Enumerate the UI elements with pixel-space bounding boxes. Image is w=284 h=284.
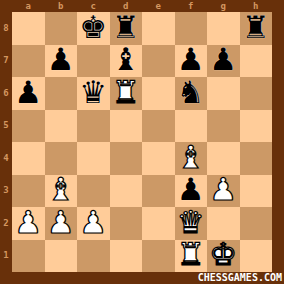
square-b5 (45, 110, 78, 143)
file-label-e: e (142, 0, 175, 12)
square-e6 (142, 77, 175, 110)
square-e7 (142, 45, 175, 78)
square-a2: ♟ (12, 207, 45, 240)
square-f5 (175, 110, 208, 143)
white-pawn-g3: ♟ (209, 174, 237, 205)
square-f3: ♟ (175, 175, 208, 208)
square-d2 (110, 207, 143, 240)
rank-labels: 87654321 (0, 12, 12, 272)
square-g1: ♚ (207, 240, 240, 273)
square-c2: ♟ (77, 207, 110, 240)
black-pawn-g7: ♟ (209, 44, 237, 75)
square-g5 (207, 110, 240, 143)
square-a3 (12, 175, 45, 208)
rank-label-1: 1 (0, 240, 12, 273)
chess-board-diagram: abcdefgh 87654321 ♚♜♜♟♝♟♟♟♛♜♞♝♝♟♟♟♟♟♛♜♚ … (0, 0, 284, 284)
site-watermark: CHESSGAMES.COM (198, 272, 282, 284)
square-g6 (207, 77, 240, 110)
square-c6: ♛ (77, 77, 110, 110)
square-h5 (240, 110, 273, 143)
file-label-f: f (175, 0, 208, 12)
square-d3 (110, 175, 143, 208)
square-d6: ♜ (110, 77, 143, 110)
square-f2: ♛ (175, 207, 208, 240)
square-h1 (240, 240, 273, 273)
square-c4 (77, 142, 110, 175)
square-h3 (240, 175, 273, 208)
square-f4: ♝ (175, 142, 208, 175)
square-h8: ♜ (240, 12, 273, 45)
black-pawn-f7: ♟ (177, 44, 205, 75)
black-bishop-d7: ♝ (112, 44, 140, 75)
square-b4 (45, 142, 78, 175)
square-a5 (12, 110, 45, 143)
square-h7 (240, 45, 273, 78)
square-b2: ♟ (45, 207, 78, 240)
rank-label-4: 4 (0, 142, 12, 175)
square-g7: ♟ (207, 45, 240, 78)
square-f1: ♜ (175, 240, 208, 273)
square-e5 (142, 110, 175, 143)
square-e1 (142, 240, 175, 273)
square-c7 (77, 45, 110, 78)
square-d1 (110, 240, 143, 273)
square-a8 (12, 12, 45, 45)
white-king-g1: ♚ (209, 239, 237, 270)
white-rook-f1: ♜ (177, 239, 205, 270)
square-d4 (110, 142, 143, 175)
file-label-a: a (12, 0, 45, 12)
black-rook-d8: ♜ (112, 12, 140, 43)
square-d7: ♝ (110, 45, 143, 78)
square-e8 (142, 12, 175, 45)
square-c3 (77, 175, 110, 208)
square-g3: ♟ (207, 175, 240, 208)
rank-label-2: 2 (0, 207, 12, 240)
file-labels: abcdefgh (12, 0, 272, 12)
black-queen-c6: ♛ (79, 77, 107, 108)
file-label-b: b (45, 0, 78, 12)
rank-label-8: 8 (0, 12, 12, 45)
white-pawn-a2: ♟ (14, 207, 42, 238)
square-d8: ♜ (110, 12, 143, 45)
square-f6: ♞ (175, 77, 208, 110)
square-b7: ♟ (45, 45, 78, 78)
white-queen-f2: ♛ (177, 207, 205, 238)
square-f8 (175, 12, 208, 45)
file-label-g: g (207, 0, 240, 12)
rank-label-5: 5 (0, 110, 12, 143)
rank-label-7: 7 (0, 45, 12, 78)
square-h2 (240, 207, 273, 240)
square-g2 (207, 207, 240, 240)
square-g4 (207, 142, 240, 175)
rank-label-6: 6 (0, 77, 12, 110)
black-pawn-a6: ♟ (14, 77, 42, 108)
square-b8 (45, 12, 78, 45)
white-pawn-c2: ♟ (79, 207, 107, 238)
square-c1 (77, 240, 110, 273)
square-e4 (142, 142, 175, 175)
rank-label-3: 3 (0, 175, 12, 208)
white-pawn-b2: ♟ (47, 207, 75, 238)
black-king-c8: ♚ (79, 12, 107, 43)
black-knight-f6: ♞ (177, 77, 205, 108)
square-g8 (207, 12, 240, 45)
square-c8: ♚ (77, 12, 110, 45)
square-b1 (45, 240, 78, 273)
square-a6: ♟ (12, 77, 45, 110)
square-a7 (12, 45, 45, 78)
board: ♚♜♜♟♝♟♟♟♛♜♞♝♝♟♟♟♟♟♛♜♚ (12, 12, 272, 272)
white-bishop-f4: ♝ (177, 142, 205, 173)
square-a4 (12, 142, 45, 175)
square-d5 (110, 110, 143, 143)
square-h4 (240, 142, 273, 175)
white-rook-d6: ♜ (112, 77, 140, 108)
white-bishop-b3: ♝ (47, 174, 75, 205)
square-b6 (45, 77, 78, 110)
black-pawn-b7: ♟ (47, 44, 75, 75)
square-c5 (77, 110, 110, 143)
square-b3: ♝ (45, 175, 78, 208)
square-a1 (12, 240, 45, 273)
black-pawn-f3: ♟ (177, 174, 205, 205)
square-e2 (142, 207, 175, 240)
square-f7: ♟ (175, 45, 208, 78)
black-rook-h8: ♜ (242, 12, 270, 43)
square-h6 (240, 77, 273, 110)
square-e3 (142, 175, 175, 208)
